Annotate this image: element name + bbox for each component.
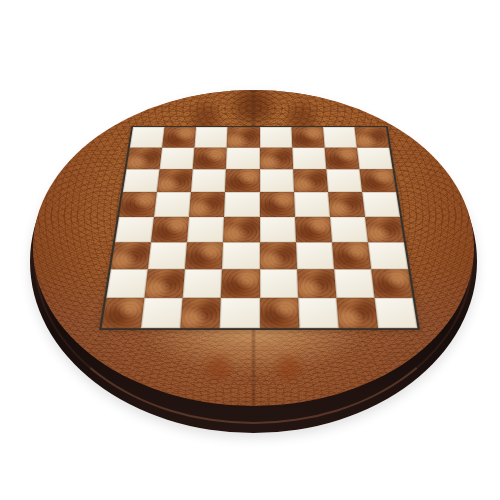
board-square[interactable] [189, 192, 225, 216]
board-square[interactable] [126, 148, 162, 170]
board-square[interactable] [298, 298, 339, 328]
board-square[interactable] [227, 127, 259, 148]
board-square[interactable] [293, 169, 328, 192]
board-square[interactable] [260, 217, 296, 243]
board-square[interactable] [323, 127, 357, 148]
board-square[interactable] [326, 169, 362, 192]
board-square[interactable] [224, 192, 259, 216]
board-square[interactable] [260, 148, 293, 170]
board-square[interactable] [359, 169, 396, 192]
board-square[interactable] [324, 148, 359, 170]
board-square[interactable] [260, 192, 295, 216]
board-square[interactable] [260, 169, 294, 192]
board-square[interactable] [226, 148, 259, 170]
board-square[interactable] [260, 269, 298, 298]
chess-table-photo [0, 0, 500, 500]
board-square[interactable] [354, 127, 389, 148]
board-square[interactable] [292, 148, 326, 170]
board-square[interactable] [106, 269, 148, 298]
board-square[interactable] [374, 298, 417, 328]
board-square[interactable] [187, 217, 224, 243]
board-square[interactable] [154, 192, 191, 216]
board-square[interactable] [145, 269, 186, 298]
board-square[interactable] [295, 217, 332, 243]
board-square[interactable] [328, 192, 365, 216]
board-square[interactable] [185, 242, 223, 269]
board-square[interactable] [162, 127, 196, 148]
board-square[interactable] [291, 127, 324, 148]
board-square[interactable] [368, 242, 408, 269]
board-square[interactable] [260, 298, 299, 328]
board-square[interactable] [334, 269, 375, 298]
board-square[interactable] [260, 127, 292, 148]
chess-board-3d [99, 126, 420, 330]
chess-board [102, 127, 418, 328]
board-square[interactable] [181, 298, 222, 328]
board-square[interactable] [119, 192, 157, 216]
board-square[interactable] [294, 192, 330, 216]
board-square[interactable] [191, 169, 226, 192]
board-square[interactable] [123, 169, 160, 192]
board-square[interactable] [193, 148, 227, 170]
board-square[interactable] [332, 242, 371, 269]
board-square[interactable] [365, 217, 404, 243]
board-square[interactable] [297, 269, 336, 298]
board-square[interactable] [260, 242, 297, 269]
board-square[interactable] [160, 148, 195, 170]
board-square[interactable] [220, 298, 259, 328]
board-square[interactable] [225, 169, 259, 192]
board-square[interactable] [157, 169, 193, 192]
board-square[interactable] [336, 298, 378, 328]
board-square[interactable] [357, 148, 393, 170]
board-square[interactable] [183, 269, 222, 298]
board-square[interactable] [148, 242, 187, 269]
board-square[interactable] [141, 298, 183, 328]
board-square[interactable] [151, 217, 189, 243]
board-square[interactable] [102, 298, 145, 328]
board-square[interactable] [371, 269, 413, 298]
board-square[interactable] [221, 269, 259, 298]
board-square[interactable] [111, 242, 151, 269]
board-square[interactable] [130, 127, 165, 148]
board-square[interactable] [296, 242, 334, 269]
board-square[interactable] [222, 242, 259, 269]
board-square[interactable] [330, 217, 368, 243]
board-square[interactable] [195, 127, 228, 148]
board-square[interactable] [223, 217, 259, 243]
board-square[interactable] [115, 217, 154, 243]
board-square[interactable] [362, 192, 400, 216]
